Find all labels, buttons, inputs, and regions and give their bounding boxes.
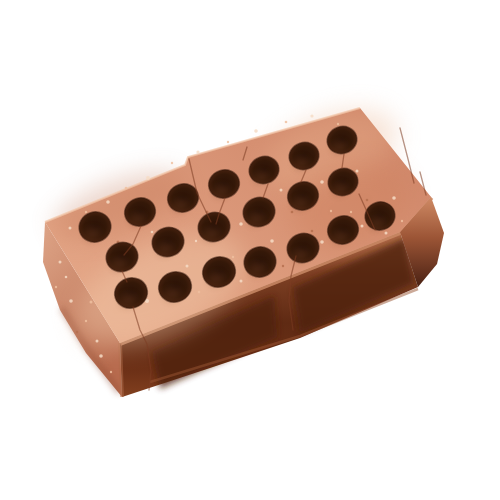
speckle: [232, 256, 234, 258]
speckle: [282, 265, 284, 267]
speckle: [171, 162, 173, 164]
speckle: [85, 211, 87, 213]
photo-stage: [0, 0, 500, 500]
speckle: [337, 123, 339, 125]
speckle: [385, 232, 388, 235]
speckle: [366, 199, 369, 202]
speckle: [125, 187, 128, 190]
speckle: [285, 121, 288, 124]
speckle: [110, 371, 112, 373]
speckle: [320, 180, 324, 184]
speckle: [151, 231, 154, 234]
speckle: [195, 240, 197, 242]
speckle: [401, 220, 403, 222]
brick-photo: [0, 0, 500, 500]
speckle: [280, 189, 283, 192]
speckle: [90, 301, 93, 304]
front-left-arris: [120, 343, 122, 397]
speckle: [186, 265, 189, 268]
speckle: [291, 211, 294, 214]
speckle: [310, 114, 313, 117]
speckle: [350, 211, 352, 213]
speckle: [320, 240, 324, 244]
speckle: [392, 196, 396, 200]
speckle: [96, 340, 99, 343]
speckle: [69, 227, 72, 230]
speckle: [311, 230, 314, 233]
speckle: [330, 210, 332, 212]
speckle: [99, 354, 103, 358]
speckle: [106, 200, 110, 204]
speckle: [361, 225, 364, 228]
speckle: [55, 286, 57, 288]
speckle: [85, 320, 87, 322]
speckle: [198, 291, 201, 294]
speckle: [146, 176, 150, 180]
speckle: [76, 331, 78, 333]
speckle: [356, 170, 359, 173]
speckle: [239, 222, 243, 226]
speckle: [65, 276, 68, 279]
speckle: [254, 129, 258, 133]
speckle: [196, 150, 199, 153]
speckle: [59, 261, 62, 264]
speckle: [69, 299, 73, 303]
speckle: [240, 280, 243, 283]
speckle: [227, 141, 229, 143]
speckle: [270, 239, 274, 243]
